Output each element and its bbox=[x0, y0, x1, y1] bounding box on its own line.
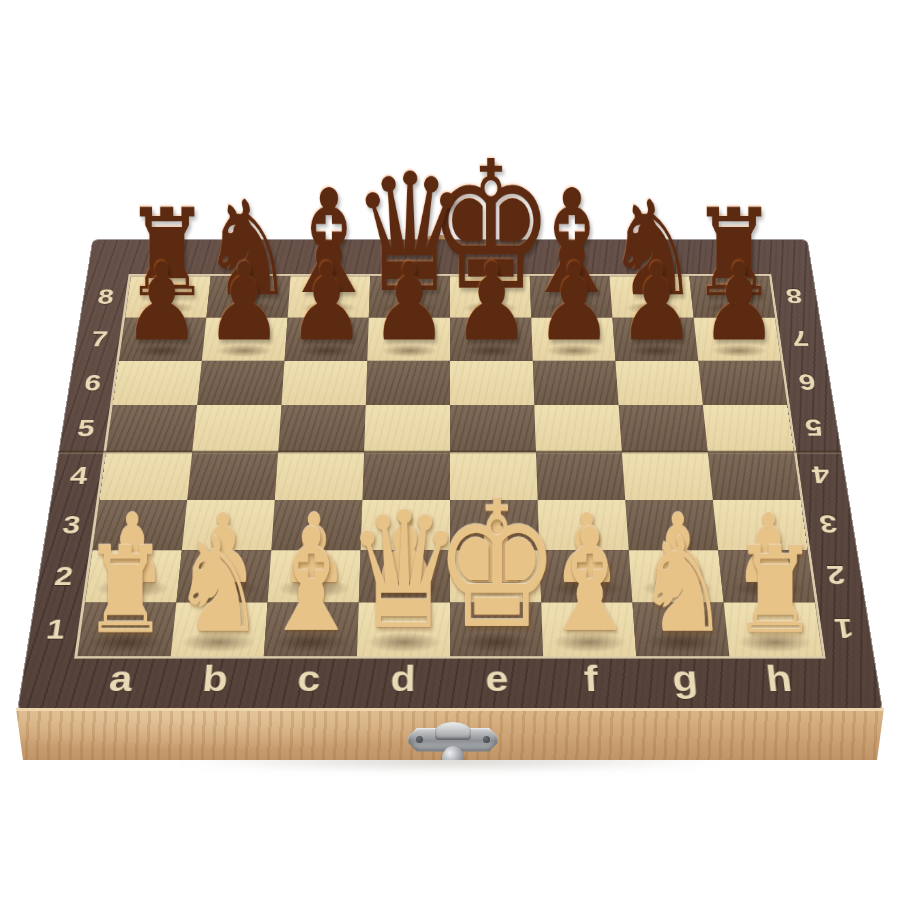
square-h6 bbox=[698, 361, 787, 406]
piece-shadow bbox=[180, 632, 256, 652]
square-e7: ♟ bbox=[450, 318, 533, 361]
square-f5 bbox=[534, 405, 622, 451]
square-c1: ♝ bbox=[264, 602, 359, 656]
square-g5 bbox=[619, 405, 708, 451]
square-h5 bbox=[703, 405, 794, 451]
square-f1: ♝ bbox=[541, 602, 636, 656]
square-b8: ♞ bbox=[206, 276, 290, 317]
file-label-f: f bbox=[543, 656, 640, 709]
rank-label-right-7: 7 bbox=[775, 317, 826, 360]
piece-shadow bbox=[710, 345, 767, 358]
piece-shadow bbox=[186, 579, 260, 598]
piece-shadow bbox=[459, 579, 532, 598]
rank-label-left-3: 3 bbox=[43, 499, 99, 549]
square-b4 bbox=[187, 452, 278, 500]
box-side-panel bbox=[16, 708, 884, 760]
square-g6 bbox=[615, 361, 702, 406]
piece-shadow bbox=[705, 302, 761, 314]
square-d7: ♟ bbox=[367, 318, 450, 361]
product-photo: ♜♞♝♛♚♝♞♜♟♟♟♟♟♟♟♟♟♟♟♟♟♟♟♟♜♞♝♛♚♝♞♜88776655… bbox=[0, 0, 900, 900]
rank-label-left-7: 7 bbox=[74, 317, 125, 360]
square-h7: ♟ bbox=[694, 318, 781, 361]
rank-label-left-2: 2 bbox=[35, 550, 92, 602]
square-g8: ♞ bbox=[610, 276, 694, 317]
square-c3 bbox=[271, 500, 362, 550]
rank-label-left-4: 4 bbox=[51, 451, 106, 499]
piece-black-rook-a8: ♜ bbox=[123, 196, 210, 311]
rank-label-right-1: 1 bbox=[815, 602, 874, 656]
piece-shadow bbox=[220, 302, 276, 314]
rank-label-right-3: 3 bbox=[801, 499, 857, 549]
rank-label-right-4: 4 bbox=[794, 451, 849, 499]
piece-shadow bbox=[366, 632, 441, 652]
square-c2: ♟ bbox=[268, 550, 361, 602]
piece-shadow bbox=[368, 579, 441, 598]
square-g1: ♞ bbox=[632, 602, 729, 656]
piece-shadow bbox=[301, 302, 356, 314]
latch-screw-right bbox=[483, 736, 490, 743]
piece-black-bishop-c8: ♝ bbox=[277, 175, 380, 311]
square-a7: ♟ bbox=[119, 318, 206, 361]
piece-shadow bbox=[640, 579, 714, 598]
square-e8: ♚ bbox=[450, 276, 531, 317]
square-c8: ♝ bbox=[288, 276, 371, 317]
square-d5 bbox=[364, 405, 450, 451]
square-a2: ♟ bbox=[85, 550, 182, 602]
square-a6 bbox=[113, 361, 202, 406]
square-f7: ♟ bbox=[531, 318, 615, 361]
square-g4 bbox=[622, 452, 713, 500]
piece-shadow bbox=[546, 345, 602, 358]
square-d3 bbox=[361, 500, 450, 550]
rank-label-right-8: 8 bbox=[769, 276, 819, 317]
square-f3 bbox=[538, 500, 629, 550]
square-c7: ♟ bbox=[285, 318, 369, 361]
piece-shadow bbox=[277, 579, 351, 598]
piece-shadow bbox=[544, 302, 599, 314]
file-label-d: d bbox=[355, 656, 450, 709]
rank-label-left-1: 1 bbox=[26, 602, 85, 656]
square-a3 bbox=[92, 500, 187, 550]
file-label-e: e bbox=[450, 656, 545, 709]
rank-label-left-5: 5 bbox=[59, 405, 113, 451]
square-f4 bbox=[536, 452, 625, 500]
piece-shadow bbox=[463, 302, 518, 314]
square-h8: ♜ bbox=[689, 276, 775, 317]
piece-shadow bbox=[625, 302, 681, 314]
square-h1: ♜ bbox=[724, 602, 823, 656]
file-label-a: a bbox=[70, 656, 171, 709]
square-e4 bbox=[450, 452, 538, 500]
square-a5 bbox=[106, 405, 197, 451]
square-f2: ♟ bbox=[539, 550, 632, 602]
square-f6 bbox=[533, 361, 619, 406]
square-a8: ♜ bbox=[125, 276, 211, 317]
square-a1: ♜ bbox=[77, 602, 176, 656]
square-d6 bbox=[366, 361, 450, 406]
piece-shadow bbox=[381, 345, 437, 358]
square-h2: ♟ bbox=[718, 550, 815, 602]
rank-label-right-2: 2 bbox=[808, 550, 865, 602]
square-b2: ♟ bbox=[176, 550, 271, 602]
piece-shadow bbox=[298, 345, 354, 358]
square-f8: ♝ bbox=[530, 276, 613, 317]
piece-shadow bbox=[736, 632, 813, 652]
square-c4 bbox=[275, 452, 364, 500]
square-g7: ♟ bbox=[612, 318, 698, 361]
piece-shadow bbox=[730, 579, 805, 598]
piece-black-knight-b8: ♞ bbox=[200, 187, 294, 312]
piece-black-rook-h8: ♜ bbox=[690, 196, 777, 311]
square-h4 bbox=[708, 452, 801, 500]
file-label-h: h bbox=[729, 656, 830, 709]
square-g3 bbox=[625, 500, 718, 550]
square-a4 bbox=[100, 452, 193, 500]
square-d4 bbox=[362, 452, 450, 500]
square-e2: ♟ bbox=[450, 550, 541, 602]
piece-shadow bbox=[273, 632, 348, 652]
square-c6 bbox=[281, 361, 367, 406]
square-d2: ♟ bbox=[359, 550, 450, 602]
piece-shadow bbox=[463, 345, 519, 358]
square-e6 bbox=[450, 361, 534, 406]
file-label-g: g bbox=[636, 656, 735, 709]
fold-seam bbox=[58, 451, 841, 455]
piece-shadow bbox=[95, 579, 170, 598]
piece-shadow bbox=[215, 345, 272, 358]
piece-shadow bbox=[133, 345, 190, 358]
square-b6 bbox=[197, 361, 284, 406]
rank-label-right-5: 5 bbox=[787, 405, 841, 451]
file-label-b: b bbox=[165, 656, 264, 709]
rank-label-left-8: 8 bbox=[81, 276, 131, 317]
piece-shadow bbox=[459, 632, 534, 652]
rank-label-right-6: 6 bbox=[781, 360, 833, 405]
square-d1: ♛ bbox=[357, 602, 450, 656]
square-e3 bbox=[450, 500, 539, 550]
latch-screw-left bbox=[416, 736, 423, 743]
file-label-c: c bbox=[260, 656, 357, 709]
square-b7: ♟ bbox=[202, 318, 288, 361]
piece-black-knight-g8: ♞ bbox=[605, 187, 699, 312]
square-c5 bbox=[278, 405, 366, 451]
piece-shadow bbox=[552, 632, 627, 652]
piece-shadow bbox=[644, 632, 720, 652]
square-g2: ♟ bbox=[629, 550, 724, 602]
piece-shadow bbox=[87, 632, 164, 652]
square-d8: ♛ bbox=[369, 276, 450, 317]
square-b5 bbox=[192, 405, 281, 451]
rank-label-left-6: 6 bbox=[67, 360, 119, 405]
square-e5 bbox=[450, 405, 536, 451]
piece-shadow bbox=[550, 579, 624, 598]
latch-arch bbox=[435, 722, 471, 740]
square-b1: ♞ bbox=[171, 602, 268, 656]
square-h3 bbox=[713, 500, 808, 550]
square-e1: ♚ bbox=[450, 602, 543, 656]
square-b3 bbox=[182, 500, 275, 550]
chess-board: ♜♞♝♛♚♝♞♜♟♟♟♟♟♟♟♟♟♟♟♟♟♟♟♟♜♞♝♛♚♝♞♜88776655… bbox=[18, 240, 882, 710]
piece-black-bishop-f8: ♝ bbox=[520, 175, 623, 311]
piece-shadow bbox=[628, 345, 685, 358]
piece-shadow bbox=[139, 302, 195, 314]
piece-shadow bbox=[382, 302, 437, 314]
